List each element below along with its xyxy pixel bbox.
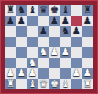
- square-d8[interactable]: ♛: [38, 5, 49, 16]
- square-b6[interactable]: [16, 26, 27, 37]
- piece-black-knight-b8[interactable]: ♞: [16, 5, 27, 16]
- square-g5[interactable]: [71, 37, 82, 48]
- square-f8[interactable]: ♝: [60, 5, 71, 16]
- square-e7[interactable]: ♟: [49, 16, 60, 27]
- square-a4[interactable]: [5, 47, 16, 58]
- piece-white-bishop-f1[interactable]: ♝: [60, 79, 71, 90]
- piece-black-bishop-f8[interactable]: ♝: [60, 5, 71, 16]
- square-a7[interactable]: ♟: [5, 16, 16, 27]
- square-f1[interactable]: ♝: [60, 79, 71, 90]
- square-b4[interactable]: [16, 47, 27, 58]
- piece-black-pawn-e7[interactable]: ♟: [49, 16, 60, 27]
- square-f3[interactable]: [60, 58, 71, 69]
- piece-white-pawn-a2[interactable]: ♟: [5, 68, 16, 79]
- piece-black-rook-a8[interactable]: ♜: [5, 5, 16, 16]
- piece-black-rook-h8[interactable]: ♜: [82, 5, 93, 16]
- piece-white-pawn-c2[interactable]: ♟: [27, 68, 38, 79]
- square-a1[interactable]: ♜: [5, 79, 16, 90]
- square-c5[interactable]: [27, 37, 38, 48]
- piece-black-pawn-h7[interactable]: ♟: [82, 16, 93, 27]
- piece-white-pawn-b2[interactable]: ♟: [16, 68, 27, 79]
- square-a5[interactable]: [5, 37, 16, 48]
- piece-black-pawn-d6[interactable]: ♟: [38, 26, 49, 37]
- piece-white-king-e1[interactable]: ♚: [49, 79, 60, 90]
- square-f4[interactable]: ♟: [60, 47, 71, 58]
- piece-black-pawn-g6[interactable]: ♟: [71, 26, 82, 37]
- square-h7[interactable]: ♟: [82, 16, 93, 27]
- square-c6[interactable]: [27, 26, 38, 37]
- piece-white-queen-d1[interactable]: ♛: [38, 79, 49, 90]
- square-g1[interactable]: [71, 79, 82, 90]
- square-h4[interactable]: [82, 47, 93, 58]
- square-b2[interactable]: ♟: [16, 68, 27, 79]
- square-b7[interactable]: ♟: [16, 16, 27, 27]
- chess-board-widget: ♜♞♝♛♚♝♜♟♟♟♟♟♟♞♟♞♟♟♞♟♟♟♟♟♜♝♛♚♝♜: [0, 0, 98, 94]
- square-b8[interactable]: ♞: [16, 5, 27, 16]
- square-h1[interactable]: ♜: [82, 79, 93, 90]
- piece-black-knight-f6[interactable]: ♞: [60, 26, 71, 37]
- square-c7[interactable]: [27, 16, 38, 27]
- square-g8[interactable]: [71, 5, 82, 16]
- square-d6[interactable]: ♟: [38, 26, 49, 37]
- square-a6[interactable]: [5, 26, 16, 37]
- square-f2[interactable]: [60, 68, 71, 79]
- piece-white-rook-a1[interactable]: ♜: [5, 79, 16, 90]
- square-e3[interactable]: [49, 58, 60, 69]
- square-e8[interactable]: ♚: [49, 5, 60, 16]
- piece-white-rook-h1[interactable]: ♜: [82, 79, 93, 90]
- square-c4[interactable]: [27, 47, 38, 58]
- square-b1[interactable]: [16, 79, 27, 90]
- square-g6[interactable]: ♟: [71, 26, 82, 37]
- piece-white-pawn-g2[interactable]: ♟: [71, 68, 82, 79]
- square-d2[interactable]: [38, 68, 49, 79]
- square-c2[interactable]: ♟: [27, 68, 38, 79]
- square-h8[interactable]: ♜: [82, 5, 93, 16]
- piece-black-queen-d8[interactable]: ♛: [38, 5, 49, 16]
- square-e2[interactable]: [49, 68, 60, 79]
- square-e6[interactable]: [49, 26, 60, 37]
- square-f6[interactable]: ♞: [60, 26, 71, 37]
- chess-board: ♜♞♝♛♚♝♜♟♟♟♟♟♟♞♟♞♟♟♞♟♟♟♟♟♜♝♛♚♝♜: [5, 5, 93, 89]
- piece-black-king-e8[interactable]: ♚: [49, 5, 60, 16]
- piece-black-pawn-b7[interactable]: ♟: [16, 16, 27, 27]
- piece-white-knight-d4[interactable]: ♞: [38, 47, 49, 58]
- square-e1[interactable]: ♚: [49, 79, 60, 90]
- square-d1[interactable]: ♛: [38, 79, 49, 90]
- square-g2[interactable]: ♟: [71, 68, 82, 79]
- square-c8[interactable]: ♝: [27, 5, 38, 16]
- piece-white-pawn-h2[interactable]: ♟: [82, 68, 93, 79]
- square-d4[interactable]: ♞: [38, 47, 49, 58]
- piece-black-pawn-a7[interactable]: ♟: [5, 16, 16, 27]
- square-a2[interactable]: ♟: [5, 68, 16, 79]
- square-c1[interactable]: ♝: [27, 79, 38, 90]
- piece-white-pawn-e4[interactable]: ♟: [49, 47, 60, 58]
- square-d3[interactable]: [38, 58, 49, 69]
- square-h5[interactable]: [82, 37, 93, 48]
- square-b5[interactable]: [16, 37, 27, 48]
- square-a8[interactable]: ♜: [5, 5, 16, 16]
- square-h2[interactable]: ♟: [82, 68, 93, 79]
- piece-black-bishop-c8[interactable]: ♝: [27, 5, 38, 16]
- square-h6[interactable]: [82, 26, 93, 37]
- piece-white-pawn-f4[interactable]: ♟: [60, 47, 71, 58]
- piece-white-bishop-c1[interactable]: ♝: [27, 79, 38, 90]
- square-g4[interactable]: [71, 47, 82, 58]
- square-e4[interactable]: ♟: [49, 47, 60, 58]
